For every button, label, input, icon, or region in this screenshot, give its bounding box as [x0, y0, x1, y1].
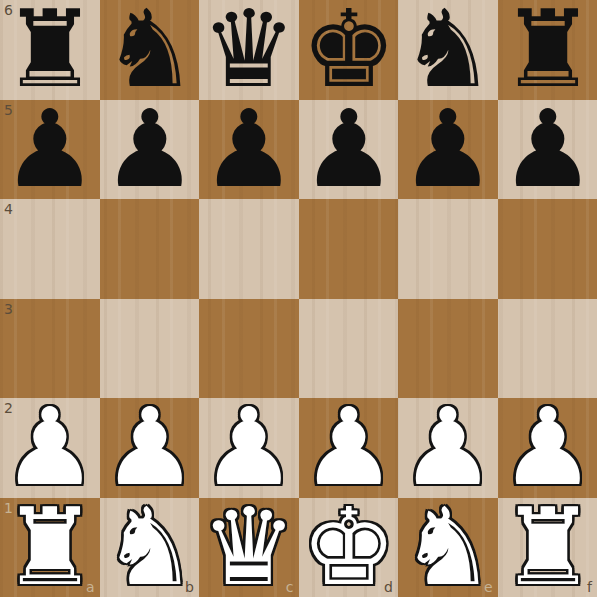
square-c2[interactable]: ♟ — [199, 398, 299, 498]
piece-black-pawn[interactable]: ♟ — [291, 92, 406, 207]
square-a6[interactable]: 6♜ — [0, 0, 100, 100]
rank-label-3: 3 — [4, 301, 13, 317]
chess-board: 6♜♞♛♚♞♜5♟♟♟♟♟♟432♟♟♟♟♟♟1a♜b♞c♛d♚e♞f♜ — [0, 0, 597, 597]
square-f4[interactable] — [498, 199, 597, 299]
square-e6[interactable]: ♞ — [398, 0, 498, 100]
square-c5[interactable]: ♟ — [199, 100, 299, 200]
square-c6[interactable]: ♛ — [199, 0, 299, 100]
piece-white-king[interactable]: ♚ — [291, 490, 406, 597]
piece-black-pawn[interactable]: ♟ — [490, 92, 597, 207]
piece-black-pawn[interactable]: ♟ — [390, 92, 505, 207]
square-d2[interactable]: ♟ — [299, 398, 399, 498]
square-b3[interactable] — [100, 299, 200, 399]
piece-white-knight[interactable]: ♞ — [390, 490, 505, 597]
square-f6[interactable]: ♜ — [498, 0, 597, 100]
piece-black-pawn[interactable]: ♟ — [92, 92, 207, 207]
square-f1[interactable]: f♜ — [498, 498, 597, 597]
square-a4[interactable]: 4 — [0, 199, 100, 299]
square-a1[interactable]: 1a♜ — [0, 498, 100, 597]
square-f2[interactable]: ♟ — [498, 398, 597, 498]
square-b5[interactable]: ♟ — [100, 100, 200, 200]
square-f3[interactable] — [498, 299, 597, 399]
square-a2[interactable]: 2♟ — [0, 398, 100, 498]
square-d1[interactable]: d♚ — [299, 498, 399, 597]
square-e5[interactable]: ♟ — [398, 100, 498, 200]
chess-board-container: 6♜♞♛♚♞♜5♟♟♟♟♟♟432♟♟♟♟♟♟1a♜b♞c♛d♚e♞f♜ — [0, 0, 597, 597]
square-a3[interactable]: 3 — [0, 299, 100, 399]
square-e4[interactable] — [398, 199, 498, 299]
square-c3[interactable] — [199, 299, 299, 399]
square-e3[interactable] — [398, 299, 498, 399]
square-d4[interactable] — [299, 199, 399, 299]
square-e1[interactable]: e♞ — [398, 498, 498, 597]
square-e2[interactable]: ♟ — [398, 398, 498, 498]
square-d3[interactable] — [299, 299, 399, 399]
piece-white-knight[interactable]: ♞ — [92, 490, 207, 597]
square-d6[interactable]: ♚ — [299, 0, 399, 100]
square-d5[interactable]: ♟ — [299, 100, 399, 200]
piece-black-pawn[interactable]: ♟ — [191, 92, 306, 207]
piece-white-rook[interactable]: ♜ — [490, 490, 597, 597]
square-b2[interactable]: ♟ — [100, 398, 200, 498]
square-b6[interactable]: ♞ — [100, 0, 200, 100]
piece-white-queen[interactable]: ♛ — [191, 490, 306, 597]
square-b4[interactable] — [100, 199, 200, 299]
square-c4[interactable] — [199, 199, 299, 299]
square-a5[interactable]: 5♟ — [0, 100, 100, 200]
square-b1[interactable]: b♞ — [100, 498, 200, 597]
square-f5[interactable]: ♟ — [498, 100, 597, 200]
square-c1[interactable]: c♛ — [199, 498, 299, 597]
